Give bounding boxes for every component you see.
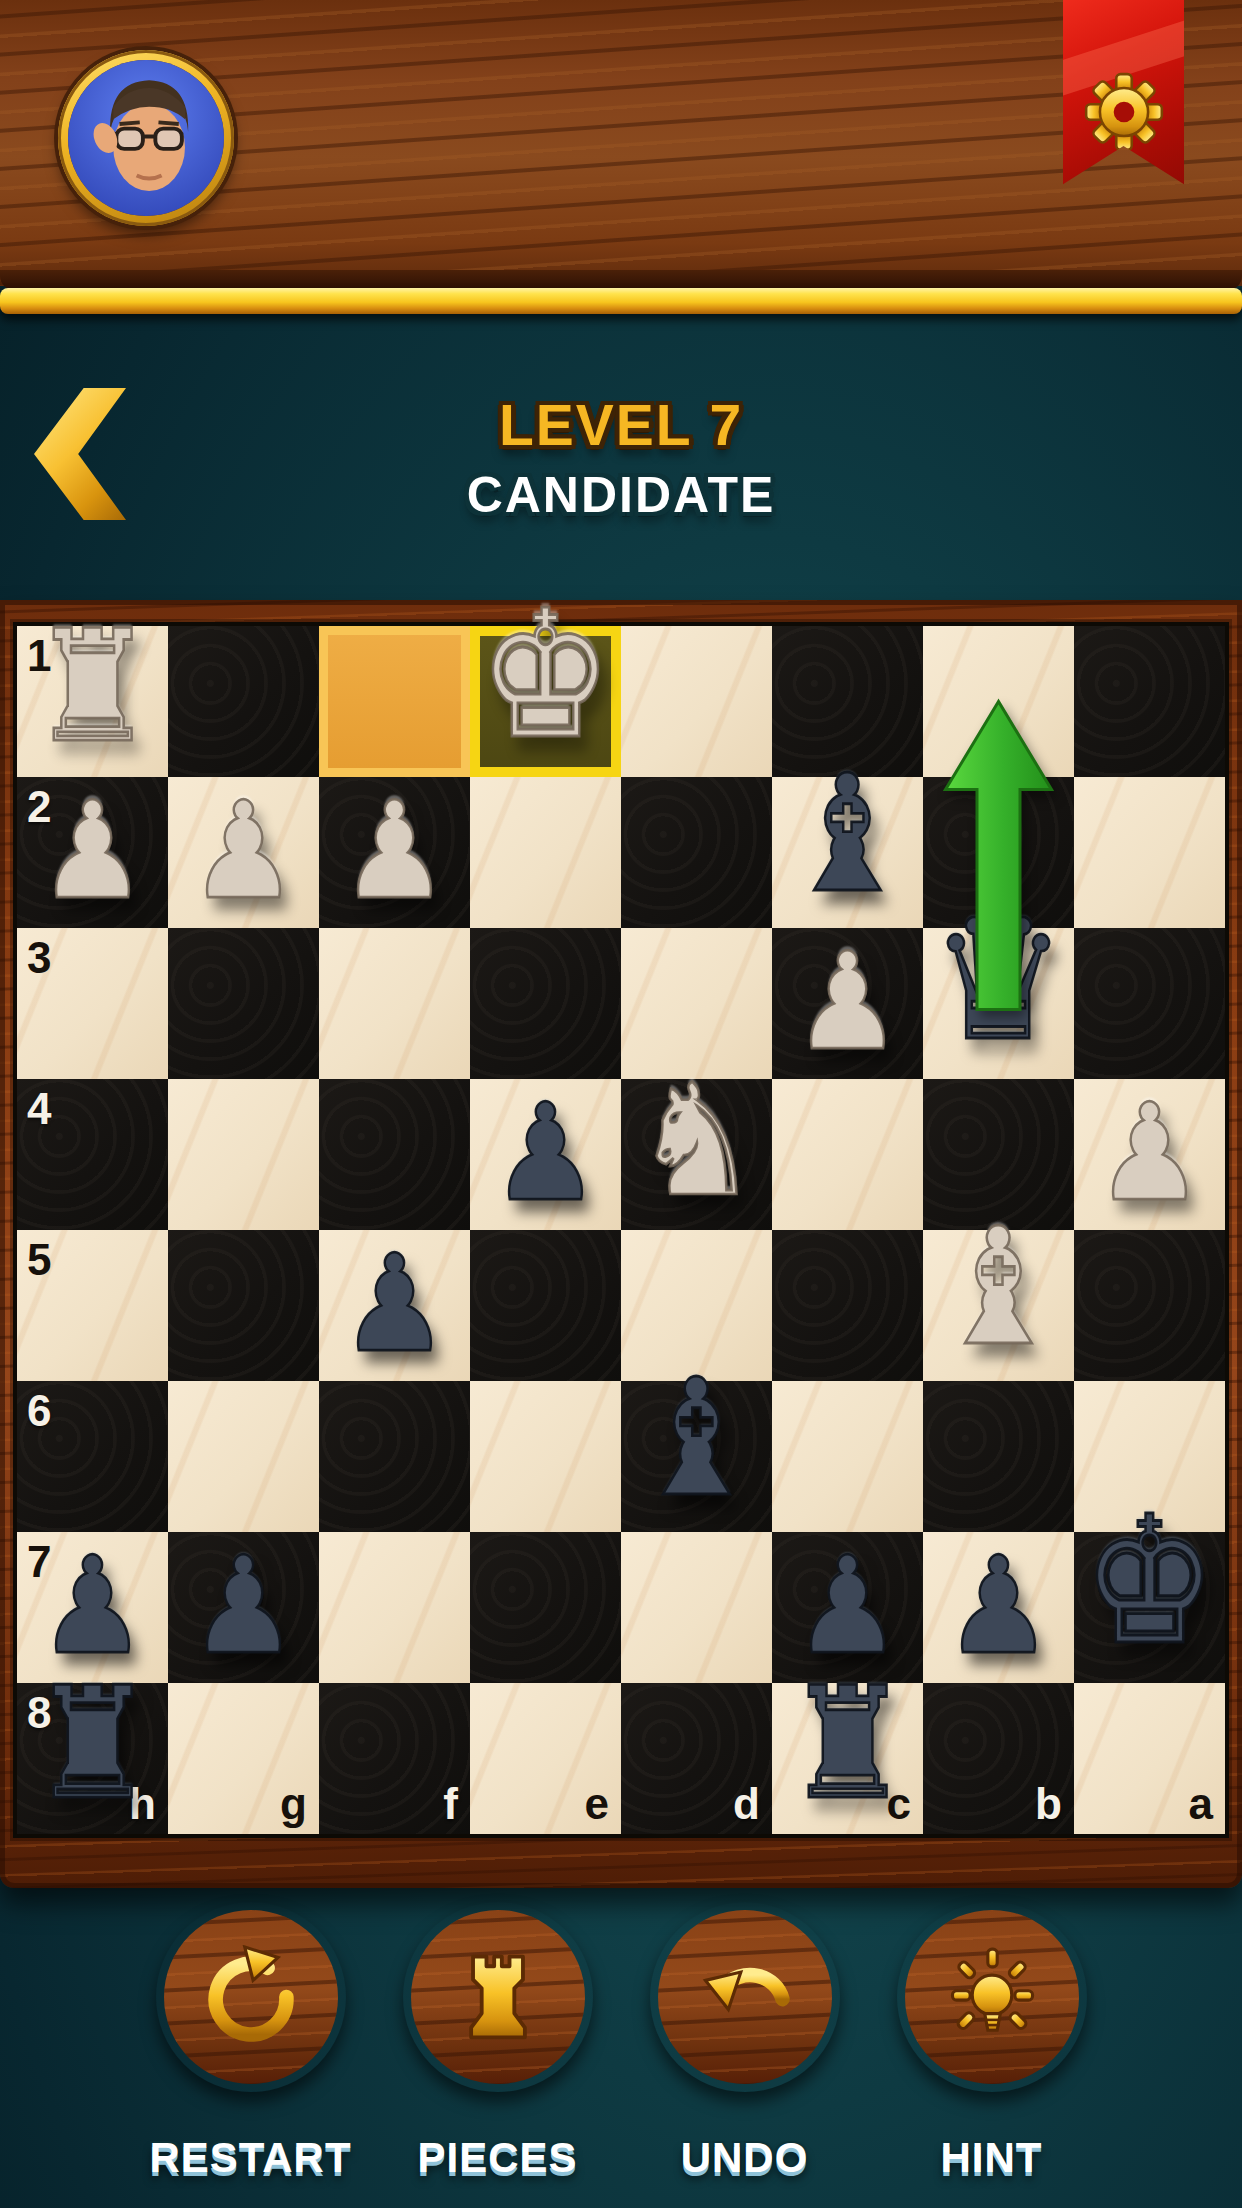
undo-arrow-icon bbox=[691, 1945, 799, 2049]
toolbar-column-undo: UNDO bbox=[621, 1902, 868, 2182]
pieces-label: PIECES bbox=[417, 2134, 577, 2182]
rook-icon bbox=[450, 1945, 546, 2049]
hint-button[interactable] bbox=[897, 1902, 1087, 2092]
toolbar-column-restart: RESTART bbox=[127, 1902, 374, 2182]
undo-button[interactable] bbox=[650, 1902, 840, 2092]
hint-label: HINT bbox=[941, 2134, 1043, 2182]
undo-label: UNDO bbox=[681, 2134, 809, 2182]
bottom-toolbar: RESTARTPIECESUNDOHINT bbox=[127, 1902, 1115, 2182]
avatar-portrait bbox=[68, 60, 224, 216]
gear-icon bbox=[1081, 69, 1167, 155]
header-edge bbox=[0, 270, 1242, 290]
restart-icon bbox=[199, 1945, 303, 2049]
level-title: CANDIDATE bbox=[0, 466, 1242, 524]
toolbar-column-pieces: PIECES bbox=[374, 1902, 621, 2182]
restart-button[interactable] bbox=[156, 1902, 346, 2092]
chess-app-screen: LEVEL 7 CANDIDATE 12345678hgfedcba ♜♚♟♟♟… bbox=[0, 0, 1242, 2208]
level-label: LEVEL 7 bbox=[0, 392, 1242, 458]
chess-board-frame: 12345678hgfedcba ♜♚♟♟♟♝♛♟♟♞♟♟♝♝♟♟♟♟♚♜♜ bbox=[0, 600, 1242, 1888]
lightbulb-icon bbox=[940, 1945, 1044, 2049]
toolbar-column-hint: HINT bbox=[868, 1902, 1115, 2182]
restart-label: RESTART bbox=[149, 2134, 351, 2182]
gold-divider-bar bbox=[0, 288, 1242, 314]
hint-arrow bbox=[17, 626, 1225, 1834]
level-banner: LEVEL 7 CANDIDATE bbox=[0, 392, 1242, 524]
player-avatar[interactable] bbox=[58, 50, 234, 226]
pieces-button[interactable] bbox=[403, 1902, 593, 2092]
